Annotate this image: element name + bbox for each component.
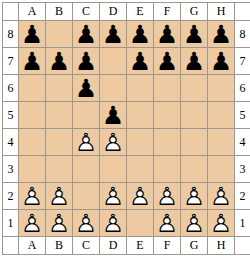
white-pawn: ♟♙ bbox=[181, 210, 207, 236]
square-h8[interactable]: ♟ bbox=[208, 21, 234, 47]
black-pawn: ♟ bbox=[19, 48, 45, 74]
square-h5[interactable] bbox=[208, 102, 234, 128]
rank-label-1-right: 1 bbox=[235, 210, 250, 236]
square-d6[interactable] bbox=[100, 75, 126, 101]
square-h4[interactable] bbox=[208, 129, 234, 155]
chess-diagram: ABCDEFGH8♟♟♟♟♟♟♟87♟♟♟♟♟♟♟76♟65♟54♟♙♟♙433… bbox=[0, 0, 250, 256]
file-label-f-bottom: F bbox=[154, 237, 180, 254]
square-d3[interactable] bbox=[100, 156, 126, 182]
square-d8[interactable]: ♟ bbox=[100, 21, 126, 47]
file-label-g-bottom: G bbox=[181, 237, 207, 254]
black-pawn: ♟ bbox=[154, 48, 180, 74]
square-g8[interactable]: ♟ bbox=[181, 21, 207, 47]
square-a5[interactable] bbox=[19, 102, 45, 128]
square-g3[interactable] bbox=[181, 156, 207, 182]
square-b3[interactable] bbox=[46, 156, 72, 182]
square-h6[interactable] bbox=[208, 75, 234, 101]
white-pawn: ♟♙ bbox=[100, 183, 126, 209]
square-f2[interactable]: ♟♙ bbox=[154, 183, 180, 209]
file-label-c-bottom: C bbox=[73, 237, 99, 254]
white-pawn: ♟♙ bbox=[208, 210, 234, 236]
square-a7[interactable]: ♟ bbox=[19, 48, 45, 74]
rank-label-7-right: 7 bbox=[235, 48, 250, 74]
file-label-f-top: F bbox=[154, 3, 180, 20]
square-h2[interactable]: ♟♙ bbox=[208, 183, 234, 209]
rank-label-7-left: 7 bbox=[3, 48, 18, 74]
square-e1[interactable] bbox=[127, 210, 153, 236]
square-h7[interactable]: ♟ bbox=[208, 48, 234, 74]
square-g4[interactable] bbox=[181, 129, 207, 155]
white-pawn: ♟♙ bbox=[100, 129, 126, 155]
square-c1[interactable]: ♟♙ bbox=[73, 210, 99, 236]
square-g2[interactable]: ♟♙ bbox=[181, 183, 207, 209]
white-pawn: ♟♙ bbox=[154, 210, 180, 236]
chess-board: ABCDEFGH8♟♟♟♟♟♟♟87♟♟♟♟♟♟♟76♟65♟54♟♙♟♙433… bbox=[2, 2, 250, 255]
square-a2[interactable]: ♟♙ bbox=[19, 183, 45, 209]
square-c4[interactable]: ♟♙ bbox=[73, 129, 99, 155]
rank-label-8-right: 8 bbox=[235, 21, 250, 47]
white-pawn: ♟♙ bbox=[127, 183, 153, 209]
black-pawn: ♟ bbox=[73, 21, 99, 47]
square-c6[interactable]: ♟ bbox=[73, 75, 99, 101]
rank-label-6-left: 6 bbox=[3, 75, 18, 101]
file-label-a-top: A bbox=[19, 3, 45, 20]
square-f1[interactable]: ♟♙ bbox=[154, 210, 180, 236]
file-label-h-bottom: H bbox=[208, 237, 234, 254]
black-pawn: ♟ bbox=[73, 48, 99, 74]
file-label-h-top: H bbox=[208, 3, 234, 20]
square-e8[interactable]: ♟ bbox=[127, 21, 153, 47]
white-pawn: ♟♙ bbox=[19, 210, 45, 236]
file-label-g-top: G bbox=[181, 3, 207, 20]
square-e4[interactable] bbox=[127, 129, 153, 155]
black-pawn: ♟ bbox=[46, 48, 72, 74]
black-pawn: ♟ bbox=[181, 48, 207, 74]
square-b5[interactable] bbox=[46, 102, 72, 128]
square-c2[interactable] bbox=[73, 183, 99, 209]
corner-cell-bottom-right bbox=[235, 237, 250, 254]
white-pawn: ♟♙ bbox=[73, 129, 99, 155]
corner-cell-bottom-left bbox=[3, 237, 18, 254]
square-d5[interactable]: ♟ bbox=[100, 102, 126, 128]
rank-label-2-right: 2 bbox=[235, 183, 250, 209]
rank-label-5-right: 5 bbox=[235, 102, 250, 128]
file-label-e-top: E bbox=[127, 3, 153, 20]
rank-label-6-right: 6 bbox=[235, 75, 250, 101]
black-pawn: ♟ bbox=[181, 21, 207, 47]
square-d7[interactable] bbox=[100, 48, 126, 74]
square-a3[interactable] bbox=[19, 156, 45, 182]
square-e6[interactable] bbox=[127, 75, 153, 101]
rank-label-8-left: 8 bbox=[3, 21, 18, 47]
black-pawn: ♟ bbox=[127, 21, 153, 47]
square-e2[interactable]: ♟♙ bbox=[127, 183, 153, 209]
square-b7[interactable]: ♟ bbox=[46, 48, 72, 74]
square-b4[interactable] bbox=[46, 129, 72, 155]
square-e7[interactable]: ♟ bbox=[127, 48, 153, 74]
white-pawn: ♟♙ bbox=[46, 210, 72, 236]
square-g5[interactable] bbox=[181, 102, 207, 128]
square-g6[interactable] bbox=[181, 75, 207, 101]
square-c7[interactable]: ♟ bbox=[73, 48, 99, 74]
file-label-e-bottom: E bbox=[127, 237, 153, 254]
file-label-b-top: B bbox=[46, 3, 72, 20]
white-pawn: ♟♙ bbox=[19, 183, 45, 209]
square-a8[interactable]: ♟ bbox=[19, 21, 45, 47]
white-pawn: ♟♙ bbox=[154, 183, 180, 209]
square-b6[interactable] bbox=[46, 75, 72, 101]
corner-cell-top-right bbox=[235, 3, 250, 20]
corner-cell-top-left bbox=[3, 3, 18, 20]
square-e3[interactable] bbox=[127, 156, 153, 182]
white-pawn: ♟♙ bbox=[208, 183, 234, 209]
white-pawn: ♟♙ bbox=[46, 183, 72, 209]
black-pawn: ♟ bbox=[127, 48, 153, 74]
rank-label-5-left: 5 bbox=[3, 102, 18, 128]
square-d2[interactable]: ♟♙ bbox=[100, 183, 126, 209]
file-label-d-top: D bbox=[100, 3, 126, 20]
square-h3[interactable] bbox=[208, 156, 234, 182]
white-pawn: ♟♙ bbox=[73, 210, 99, 236]
square-b8[interactable] bbox=[46, 21, 72, 47]
black-pawn: ♟ bbox=[100, 102, 126, 128]
square-f3[interactable] bbox=[154, 156, 180, 182]
rank-label-4-right: 4 bbox=[235, 129, 250, 155]
rank-label-4-left: 4 bbox=[3, 129, 18, 155]
square-g7[interactable]: ♟ bbox=[181, 48, 207, 74]
rank-label-3-right: 3 bbox=[235, 156, 250, 182]
square-e5[interactable] bbox=[127, 102, 153, 128]
square-f4[interactable] bbox=[154, 129, 180, 155]
square-c5[interactable] bbox=[73, 102, 99, 128]
file-label-c-top: C bbox=[73, 3, 99, 20]
file-label-b-bottom: B bbox=[46, 237, 72, 254]
rank-label-1-left: 1 bbox=[3, 210, 18, 236]
file-label-d-bottom: D bbox=[100, 237, 126, 254]
white-pawn: ♟♙ bbox=[100, 210, 126, 236]
black-pawn: ♟ bbox=[208, 48, 234, 74]
square-f7[interactable]: ♟ bbox=[154, 48, 180, 74]
square-f8[interactable]: ♟ bbox=[154, 21, 180, 47]
square-a4[interactable] bbox=[19, 129, 45, 155]
black-pawn: ♟ bbox=[154, 21, 180, 47]
square-c8[interactable]: ♟ bbox=[73, 21, 99, 47]
square-f6[interactable] bbox=[154, 75, 180, 101]
black-pawn: ♟ bbox=[208, 21, 234, 47]
white-pawn: ♟♙ bbox=[181, 183, 207, 209]
rank-label-2-left: 2 bbox=[3, 183, 18, 209]
file-label-a-bottom: A bbox=[19, 237, 45, 254]
black-pawn: ♟ bbox=[19, 21, 45, 47]
square-g1[interactable]: ♟♙ bbox=[181, 210, 207, 236]
square-d1[interactable]: ♟♙ bbox=[100, 210, 126, 236]
rank-label-3-left: 3 bbox=[3, 156, 18, 182]
square-b1[interactable]: ♟♙ bbox=[46, 210, 72, 236]
black-pawn: ♟ bbox=[73, 75, 99, 101]
square-d4[interactable]: ♟♙ bbox=[100, 129, 126, 155]
black-pawn: ♟ bbox=[100, 21, 126, 47]
square-h1[interactable]: ♟♙ bbox=[208, 210, 234, 236]
square-b2[interactable]: ♟♙ bbox=[46, 183, 72, 209]
square-a6[interactable] bbox=[19, 75, 45, 101]
square-f5[interactable] bbox=[154, 102, 180, 128]
square-c3[interactable] bbox=[73, 156, 99, 182]
square-a1[interactable]: ♟♙ bbox=[19, 210, 45, 236]
